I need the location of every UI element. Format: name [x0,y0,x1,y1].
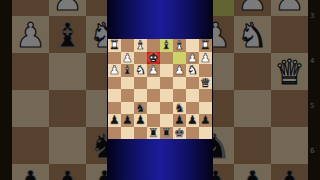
board-square[interactable] [199,89,212,102]
board-square[interactable] [160,77,173,90]
black-pawn-piece: ♟ [122,113,133,127]
background-rank-coordinate: 4 [310,58,314,65]
white-queen-piece: ♛ [200,75,211,89]
black-bishop-piece: ♝ [122,63,133,77]
black-pawn-piece: ♟ [187,113,198,127]
board-square[interactable]: ♟ [121,114,134,127]
white-knight-piece: ♞ [135,63,146,77]
center-strip: ♜♝♝♝♜♟♚♟♟♟♝♞♟♟♞♛♞♞♟♟♟♟♟♟♜♜♚ [107,0,213,180]
black-bishop-piece: ♝ [161,38,172,52]
board-square[interactable] [134,127,147,140]
board-square[interactable]: ♛ [199,77,212,90]
board-square[interactable] [160,52,173,65]
board-square[interactable] [108,89,121,102]
board-square[interactable] [121,127,134,140]
board-square[interactable] [147,89,160,102]
background-board-left: ♟♟♝♞♞♟♟♟ [0,0,107,180]
board-square[interactable]: ♞ [134,64,147,77]
board-square[interactable] [160,89,173,102]
board-square[interactable]: ♟ [173,64,186,77]
board-square[interactable] [186,77,199,90]
board-square[interactable]: ♚ [173,127,186,140]
board-square[interactable]: ♝ [134,39,147,52]
board-square[interactable] [147,102,160,115]
board-square[interactable] [108,127,121,140]
board-square[interactable] [160,64,173,77]
white-pawn-piece: ♟ [109,63,120,77]
background-rank-coordinate: 6 [310,148,314,155]
board-square[interactable] [186,89,199,102]
board-square[interactable] [186,127,199,140]
board-square[interactable] [134,77,147,90]
board-square[interactable]: ♟ [199,52,212,65]
board-square[interactable]: ♟ [108,64,121,77]
board-square[interactable]: ♟ [186,114,199,127]
white-bishop-piece: ♝ [174,38,185,52]
board-square[interactable]: ♝ [160,39,173,52]
white-rook-piece: ♜ [109,38,120,52]
board-square[interactable] [147,77,160,90]
chess-board[interactable]: ♜♝♝♝♜♟♚♟♟♟♝♞♟♟♞♛♞♞♟♟♟♟♟♟♜♜♚ [108,39,212,139]
board-square[interactable]: ♜ [147,127,160,140]
black-rook-piece: ♜ [148,125,159,139]
board-square[interactable]: ♝ [121,64,134,77]
background-rank-coordinate: 3 [310,13,314,20]
background-board-right: ♟♟♟♞♛♞♟♟♟3456 [213,0,320,180]
board-square[interactable]: ♜ [160,127,173,140]
board-square[interactable] [173,77,186,90]
board-square[interactable] [108,77,121,90]
board-square[interactable]: ♟ [199,114,212,127]
video-frame: ♟♟♝♞♞♟♟♟ ♟♟♟♞♛♞♟♟♟3456 ♜♝♝♝♜♟♚♟♟♟♝♞♟♟♞♛♞… [0,0,320,180]
black-king-piece: ♚ [174,125,185,139]
board-square[interactable]: ♟ [134,114,147,127]
white-pawn-piece: ♟ [200,50,211,64]
board-square[interactable] [121,77,134,90]
board-square[interactable] [121,89,134,102]
board-square[interactable] [160,102,173,115]
board-square[interactable]: ♜ [108,39,121,52]
dim-overlay [213,0,320,180]
black-rook-piece: ♜ [161,125,172,139]
white-pawn-piece: ♟ [174,63,185,77]
dim-overlay [0,0,107,180]
background-rank-coordinate: 5 [310,103,314,110]
white-pawn-piece: ♟ [148,63,159,77]
black-pawn-piece: ♟ [109,113,120,127]
black-pawn-piece: ♟ [135,113,146,127]
white-knight-piece: ♞ [187,63,198,77]
black-pawn-piece: ♟ [200,113,211,127]
board-square[interactable] [199,127,212,140]
board-square[interactable]: ♝ [173,39,186,52]
board-square[interactable]: ♞ [186,64,199,77]
board-square[interactable]: ♟ [108,114,121,127]
white-bishop-piece: ♝ [135,38,146,52]
board-square[interactable]: ♟ [147,64,160,77]
